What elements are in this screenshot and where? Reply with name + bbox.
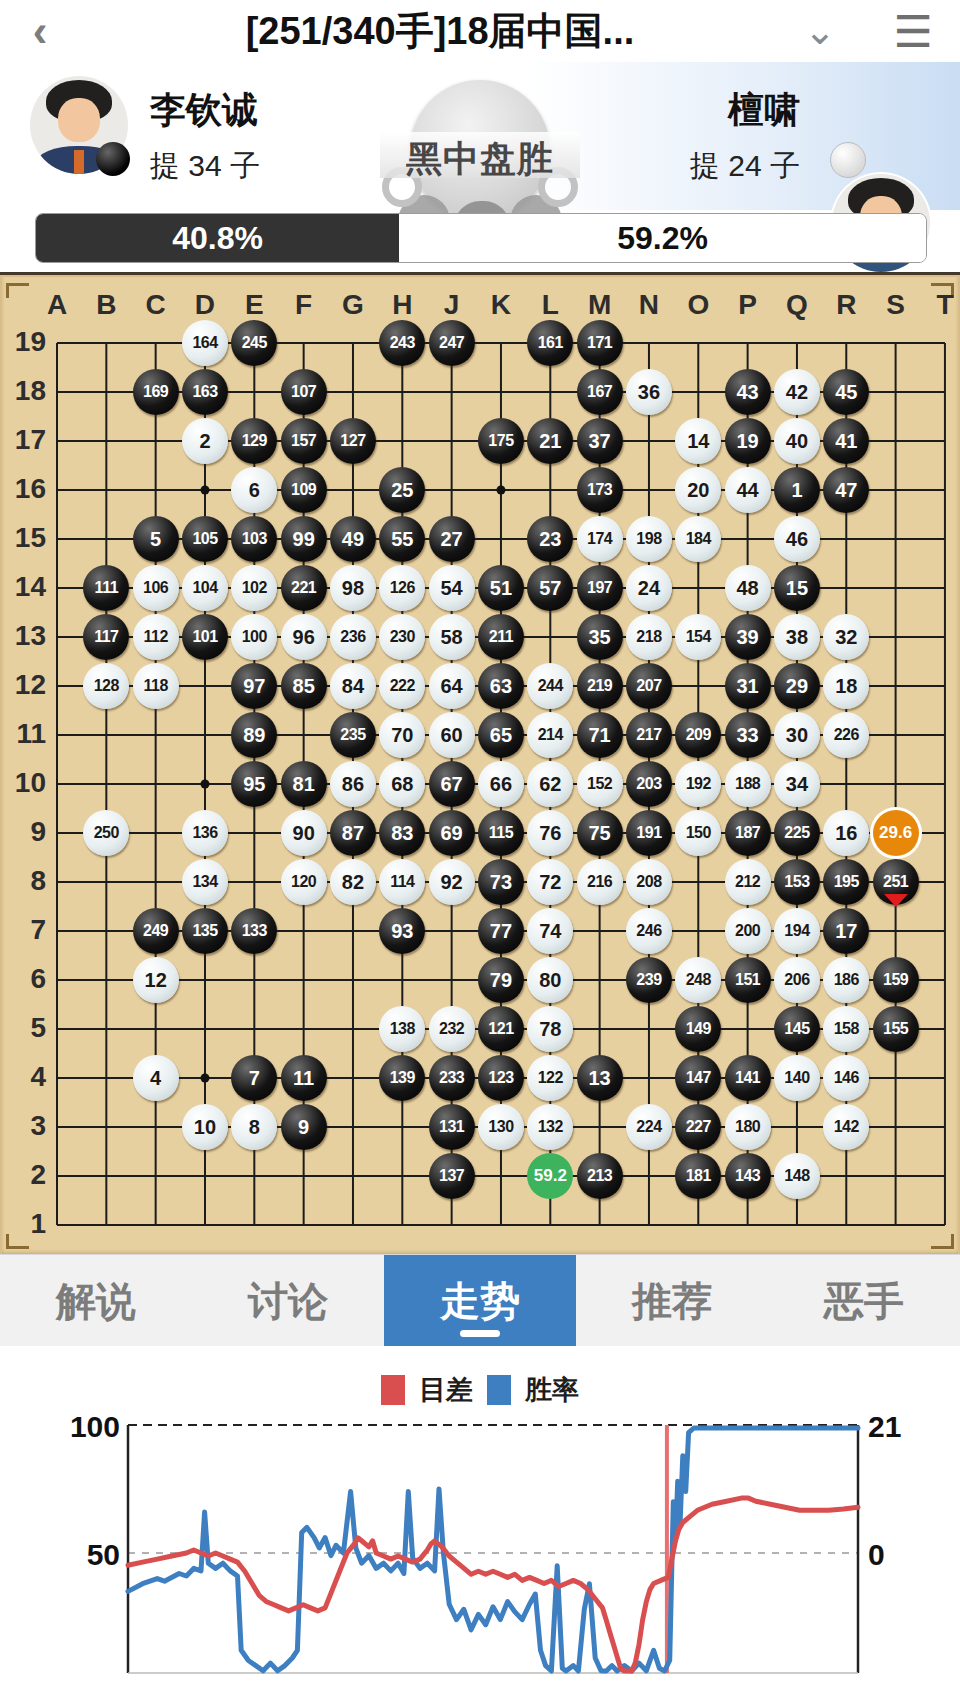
stone-white-188: 188 bbox=[725, 761, 771, 807]
stone-white-48: 48 bbox=[725, 565, 771, 611]
col-label-L: L bbox=[536, 289, 564, 321]
chevron-down-icon[interactable]: ⌄ bbox=[790, 2, 850, 60]
stone-black-101: 101 bbox=[182, 614, 228, 660]
stone-white-76: 76 bbox=[527, 810, 573, 856]
stone-black-239: 239 bbox=[626, 957, 672, 1003]
row-label-19: 19 bbox=[4, 326, 46, 358]
stone-white-134: 134 bbox=[182, 859, 228, 905]
stone-white-10: 10 bbox=[182, 1104, 228, 1150]
tab-label: 讨论 bbox=[248, 1274, 328, 1329]
tab-走势[interactable]: 走势 bbox=[384, 1255, 576, 1347]
stone-black-11: 11 bbox=[281, 1055, 327, 1101]
stone-black-161: 161 bbox=[527, 320, 573, 366]
col-label-P: P bbox=[734, 289, 762, 321]
stone-white-174: 174 bbox=[577, 516, 623, 562]
stone-white-164: 164 bbox=[182, 320, 228, 366]
stone-white-18: 18 bbox=[823, 663, 869, 709]
stone-white-78: 78 bbox=[527, 1006, 573, 1052]
stone-white-84: 84 bbox=[330, 663, 376, 709]
stone-black-73: 73 bbox=[478, 859, 524, 905]
stone-black-191: 191 bbox=[626, 810, 672, 856]
stone-black-39: 39 bbox=[725, 614, 771, 660]
stone-white-120: 120 bbox=[281, 859, 327, 905]
row-label-8: 8 bbox=[4, 865, 46, 897]
white-stone-badge-icon bbox=[830, 142, 866, 178]
stone-black-55: 55 bbox=[379, 516, 425, 562]
stone-black-97: 97 bbox=[231, 663, 277, 709]
col-label-M: M bbox=[586, 289, 614, 321]
white-player-name: 檀啸 bbox=[560, 86, 800, 135]
stone-black-207: 207 bbox=[626, 663, 672, 709]
tab-label: 解说 bbox=[56, 1274, 136, 1329]
stone-white-58: 58 bbox=[429, 614, 475, 660]
stone-black-169: 169 bbox=[133, 369, 179, 415]
active-tab-underline bbox=[460, 1330, 500, 1337]
row-label-4: 4 bbox=[4, 1061, 46, 1093]
page-title: [251/340手]18届中国... bbox=[90, 0, 790, 62]
stone-black-245: 245 bbox=[231, 320, 277, 366]
winrate-bar: 40.8% 59.2% bbox=[35, 213, 927, 263]
stone-black-93: 93 bbox=[379, 908, 425, 954]
stone-white-128: 128 bbox=[83, 663, 129, 709]
stone-black-99: 99 bbox=[281, 516, 327, 562]
stone-white-46: 46 bbox=[774, 516, 820, 562]
stone-white-214: 214 bbox=[527, 712, 573, 758]
stone-white-138: 138 bbox=[379, 1006, 425, 1052]
stone-black-213: 213 bbox=[577, 1153, 623, 1199]
row-label-11: 11 bbox=[4, 718, 46, 750]
stone-white-30: 30 bbox=[774, 712, 820, 758]
stone-black-171: 171 bbox=[577, 320, 623, 366]
col-label-D: D bbox=[191, 289, 219, 321]
stone-black-37: 37 bbox=[577, 418, 623, 464]
stone-white-6: 6 bbox=[231, 467, 277, 513]
row-label-15: 15 bbox=[4, 522, 46, 554]
stone-white-42: 42 bbox=[774, 369, 820, 415]
col-label-B: B bbox=[92, 289, 120, 321]
stone-white-96: 96 bbox=[281, 614, 327, 660]
stone-black-117: 117 bbox=[83, 614, 129, 660]
row-label-12: 12 bbox=[4, 669, 46, 701]
result-medal: 黑中盘胜 bbox=[380, 80, 580, 215]
stone-white-224: 224 bbox=[626, 1104, 672, 1150]
stone-white-136: 136 bbox=[182, 810, 228, 856]
col-label-H: H bbox=[388, 289, 416, 321]
stone-black-57: 57 bbox=[527, 565, 573, 611]
black-stone-badge-icon bbox=[96, 142, 130, 176]
tab-解说[interactable]: 解说 bbox=[0, 1255, 192, 1347]
stone-black-121: 121 bbox=[478, 1006, 524, 1052]
row-label-18: 18 bbox=[4, 375, 46, 407]
stone-black-33: 33 bbox=[725, 712, 771, 758]
stone-black-227: 227 bbox=[675, 1104, 721, 1150]
board-grid bbox=[0, 275, 960, 1257]
stone-white-244: 244 bbox=[527, 663, 573, 709]
row-label-1: 1 bbox=[4, 1208, 46, 1240]
stone-white-90: 90 bbox=[281, 810, 327, 856]
col-label-F: F bbox=[290, 289, 318, 321]
series-胜率 bbox=[128, 1428, 858, 1671]
stone-black-131: 131 bbox=[429, 1104, 475, 1150]
stone-black-83: 83 bbox=[379, 810, 425, 856]
stone-white-70: 70 bbox=[379, 712, 425, 758]
stone-white-246: 246 bbox=[626, 908, 672, 954]
stone-white-192: 192 bbox=[675, 761, 721, 807]
row-label-14: 14 bbox=[4, 571, 46, 603]
stone-white-130: 130 bbox=[478, 1104, 524, 1150]
stone-black-133: 133 bbox=[231, 908, 277, 954]
row-label-13: 13 bbox=[4, 620, 46, 652]
stone-black-143: 143 bbox=[725, 1153, 771, 1199]
stone-black-5: 5 bbox=[133, 516, 179, 562]
stone-white-146: 146 bbox=[823, 1055, 869, 1101]
stone-black-141: 141 bbox=[725, 1055, 771, 1101]
stone-white-222: 222 bbox=[379, 663, 425, 709]
stone-white-36: 36 bbox=[626, 369, 672, 415]
stone-black-21: 21 bbox=[527, 418, 573, 464]
ai-score-marker: 29.6 bbox=[873, 810, 919, 856]
row-label-5: 5 bbox=[4, 1012, 46, 1044]
stone-black-103: 103 bbox=[231, 516, 277, 562]
stone-black-69: 69 bbox=[429, 810, 475, 856]
tab-label: 走势 bbox=[440, 1274, 520, 1329]
col-label-J: J bbox=[438, 289, 466, 321]
stone-black-123: 123 bbox=[478, 1055, 524, 1101]
stone-black-95: 95 bbox=[231, 761, 277, 807]
stone-black-27: 27 bbox=[429, 516, 475, 562]
stone-black-225: 225 bbox=[774, 810, 820, 856]
stone-black-151: 151 bbox=[725, 957, 771, 1003]
stone-black-139: 139 bbox=[379, 1055, 425, 1101]
tab-推荐[interactable]: 推荐 bbox=[576, 1255, 768, 1347]
stone-white-140: 140 bbox=[774, 1055, 820, 1101]
stone-black-51: 51 bbox=[478, 565, 524, 611]
stone-black-129: 129 bbox=[231, 418, 277, 464]
stone-white-8: 8 bbox=[231, 1104, 277, 1150]
tab-label: 推荐 bbox=[632, 1274, 712, 1329]
stone-white-64: 64 bbox=[429, 663, 475, 709]
stone-black-159: 159 bbox=[873, 957, 919, 1003]
stone-black-45: 45 bbox=[823, 369, 869, 415]
stone-white-250: 250 bbox=[83, 810, 129, 856]
stone-white-106: 106 bbox=[133, 565, 179, 611]
stone-black-7: 7 bbox=[231, 1055, 277, 1101]
stone-black-153: 153 bbox=[774, 859, 820, 905]
stone-black-235: 235 bbox=[330, 712, 376, 758]
stone-black-77: 77 bbox=[478, 908, 524, 954]
stone-black-167: 167 bbox=[577, 369, 623, 415]
stone-black-247: 247 bbox=[429, 320, 475, 366]
stone-white-248: 248 bbox=[675, 957, 721, 1003]
stone-white-200: 200 bbox=[725, 908, 771, 954]
stone-black-107: 107 bbox=[281, 369, 327, 415]
stone-white-44: 44 bbox=[725, 467, 771, 513]
stone-black-19: 19 bbox=[725, 418, 771, 464]
ai-winrate-marker: 59.2 bbox=[527, 1153, 573, 1199]
row-label-6: 6 bbox=[4, 963, 46, 995]
stone-white-132: 132 bbox=[527, 1104, 573, 1150]
row-label-9: 9 bbox=[4, 816, 46, 848]
stone-black-109: 109 bbox=[281, 467, 327, 513]
stone-white-24: 24 bbox=[626, 565, 672, 611]
stone-white-40: 40 bbox=[774, 418, 820, 464]
avatar-face bbox=[58, 98, 100, 142]
stone-white-152: 152 bbox=[577, 761, 623, 807]
stone-black-29: 29 bbox=[774, 663, 820, 709]
stone-black-157: 157 bbox=[281, 418, 327, 464]
stone-black-233: 233 bbox=[429, 1055, 475, 1101]
stone-white-2: 2 bbox=[182, 418, 228, 464]
tab-恶手[interactable]: 恶手 bbox=[768, 1255, 960, 1347]
stone-black-23: 23 bbox=[527, 516, 573, 562]
stone-white-82: 82 bbox=[330, 859, 376, 905]
stone-white-4: 4 bbox=[133, 1055, 179, 1101]
stone-black-89: 89 bbox=[231, 712, 277, 758]
stone-black-137: 137 bbox=[429, 1153, 475, 1199]
stone-white-32: 32 bbox=[823, 614, 869, 660]
stone-black-155: 155 bbox=[873, 1006, 919, 1052]
stone-white-12: 12 bbox=[133, 957, 179, 1003]
row-label-2: 2 bbox=[4, 1159, 46, 1191]
row-label-3: 3 bbox=[4, 1110, 46, 1142]
stone-black-49: 49 bbox=[330, 516, 376, 562]
stone-black-145: 145 bbox=[774, 1006, 820, 1052]
stone-white-230: 230 bbox=[379, 614, 425, 660]
stone-black-67: 67 bbox=[429, 761, 475, 807]
stone-white-98: 98 bbox=[330, 565, 376, 611]
stone-black-71: 71 bbox=[577, 712, 623, 758]
stone-white-14: 14 bbox=[675, 418, 721, 464]
white-captures-label: 提 24 子 bbox=[560, 146, 800, 187]
col-label-T: T bbox=[931, 289, 959, 321]
stone-white-208: 208 bbox=[626, 859, 672, 905]
col-label-C: C bbox=[142, 289, 170, 321]
row-label-17: 17 bbox=[4, 424, 46, 456]
col-label-R: R bbox=[832, 289, 860, 321]
stone-black-195: 195 bbox=[823, 859, 869, 905]
stone-white-100: 100 bbox=[231, 614, 277, 660]
col-label-Q: Q bbox=[783, 289, 811, 321]
stone-black-13: 13 bbox=[577, 1055, 623, 1101]
white-winrate-segment: 59.2% bbox=[399, 214, 926, 262]
stone-white-104: 104 bbox=[182, 565, 228, 611]
tab-bar: 解说讨论走势推荐恶手 bbox=[0, 1254, 960, 1347]
stone-white-80: 80 bbox=[527, 957, 573, 1003]
stone-black-75: 75 bbox=[577, 810, 623, 856]
stone-white-194: 194 bbox=[774, 908, 820, 954]
stone-white-236: 236 bbox=[330, 614, 376, 660]
stone-white-38: 38 bbox=[774, 614, 820, 660]
col-label-N: N bbox=[635, 289, 663, 321]
stone-white-158: 158 bbox=[823, 1006, 869, 1052]
row-label-16: 16 bbox=[4, 473, 46, 505]
go-board[interactable]: ABCDEFGHJKLMNOPQRST191817161514131211109… bbox=[0, 272, 960, 1257]
stone-black-115: 115 bbox=[478, 810, 524, 856]
result-badge: 黑中盘胜 bbox=[380, 135, 580, 184]
stone-black-243: 243 bbox=[379, 320, 425, 366]
tab-label: 恶手 bbox=[824, 1274, 904, 1329]
row-label-7: 7 bbox=[4, 914, 46, 946]
stone-white-16: 16 bbox=[823, 810, 869, 856]
stone-white-114: 114 bbox=[379, 859, 425, 905]
stone-black-65: 65 bbox=[478, 712, 524, 758]
stone-white-112: 112 bbox=[133, 614, 179, 660]
stone-white-142: 142 bbox=[823, 1104, 869, 1150]
stone-white-154: 154 bbox=[675, 614, 721, 660]
stone-black-127: 127 bbox=[330, 418, 376, 464]
stone-black-79: 79 bbox=[478, 957, 524, 1003]
stone-white-198: 198 bbox=[626, 516, 672, 562]
stone-white-62: 62 bbox=[527, 761, 573, 807]
stone-black-197: 197 bbox=[577, 565, 623, 611]
stone-black-211: 211 bbox=[478, 614, 524, 660]
stone-black-41: 41 bbox=[823, 418, 869, 464]
stone-white-226: 226 bbox=[823, 712, 869, 758]
stone-white-126: 126 bbox=[379, 565, 425, 611]
stone-black-181: 181 bbox=[675, 1153, 721, 1199]
stone-white-180: 180 bbox=[725, 1104, 771, 1150]
col-label-S: S bbox=[882, 289, 910, 321]
stone-white-206: 206 bbox=[774, 957, 820, 1003]
stone-black-175: 175 bbox=[478, 418, 524, 464]
stone-black-249: 249 bbox=[133, 908, 179, 954]
stone-white-118: 118 bbox=[133, 663, 179, 709]
stone-white-148: 148 bbox=[774, 1153, 820, 1199]
tab-讨论[interactable]: 讨论 bbox=[192, 1255, 384, 1347]
stone-black-187: 187 bbox=[725, 810, 771, 856]
stone-black-47: 47 bbox=[823, 467, 869, 513]
stone-white-216: 216 bbox=[577, 859, 623, 905]
col-label-E: E bbox=[240, 289, 268, 321]
stone-black-85: 85 bbox=[281, 663, 327, 709]
stone-white-54: 54 bbox=[429, 565, 475, 611]
stone-white-184: 184 bbox=[675, 516, 721, 562]
stone-black-135: 135 bbox=[182, 908, 228, 954]
stone-black-25: 25 bbox=[379, 467, 425, 513]
row-label-10: 10 bbox=[4, 767, 46, 799]
stone-black-81: 81 bbox=[281, 761, 327, 807]
stone-black-35: 35 bbox=[577, 614, 623, 660]
stone-black-63: 63 bbox=[478, 663, 524, 709]
stone-white-86: 86 bbox=[330, 761, 376, 807]
black-winrate-segment: 40.8% bbox=[36, 214, 399, 262]
back-icon[interactable]: ‹ bbox=[10, 2, 70, 60]
stone-black-173: 173 bbox=[577, 467, 623, 513]
stone-white-186: 186 bbox=[823, 957, 869, 1003]
stone-black-87: 87 bbox=[330, 810, 376, 856]
stone-white-60: 60 bbox=[429, 712, 475, 758]
stone-white-232: 232 bbox=[429, 1006, 475, 1052]
col-label-O: O bbox=[684, 289, 712, 321]
col-label-A: A bbox=[43, 289, 71, 321]
stone-black-111: 111 bbox=[83, 565, 129, 611]
stone-white-74: 74 bbox=[527, 908, 573, 954]
stone-white-66: 66 bbox=[478, 761, 524, 807]
stone-black-163: 163 bbox=[182, 369, 228, 415]
stone-black-43: 43 bbox=[725, 369, 771, 415]
black-captures-label: 提 34 子 bbox=[150, 146, 260, 187]
app-bar: ‹ [251/340手]18届中国... ⌄ ☰ bbox=[0, 0, 960, 62]
chart-plot[interactable] bbox=[0, 1346, 960, 1682]
tie bbox=[74, 150, 84, 174]
stone-black-209: 209 bbox=[675, 712, 721, 758]
black-player-name: 李钦诚 bbox=[150, 86, 258, 135]
stone-white-122: 122 bbox=[527, 1055, 573, 1101]
stone-black-105: 105 bbox=[182, 516, 228, 562]
stone-black-147: 147 bbox=[675, 1055, 721, 1101]
stone-black-217: 217 bbox=[626, 712, 672, 758]
stone-black-17: 17 bbox=[823, 908, 869, 954]
stone-white-20: 20 bbox=[675, 467, 721, 513]
stone-black-1: 1 bbox=[774, 467, 820, 513]
stone-black-31: 31 bbox=[725, 663, 771, 709]
stone-white-72: 72 bbox=[527, 859, 573, 905]
stone-white-68: 68 bbox=[379, 761, 425, 807]
stone-white-218: 218 bbox=[626, 614, 672, 660]
stone-black-203: 203 bbox=[626, 761, 672, 807]
stone-black-219: 219 bbox=[577, 663, 623, 709]
stone-black-221: 221 bbox=[281, 565, 327, 611]
last-move-marker-icon bbox=[884, 894, 908, 907]
stone-black-15: 15 bbox=[774, 565, 820, 611]
hamburger-menu-icon[interactable]: ☰ bbox=[878, 2, 948, 60]
stone-white-150: 150 bbox=[675, 810, 721, 856]
stone-white-92: 92 bbox=[429, 859, 475, 905]
stone-black-9: 9 bbox=[281, 1104, 327, 1150]
stone-white-212: 212 bbox=[725, 859, 771, 905]
stone-white-102: 102 bbox=[231, 565, 277, 611]
col-label-K: K bbox=[487, 289, 515, 321]
stone-white-34: 34 bbox=[774, 761, 820, 807]
stone-black-149: 149 bbox=[675, 1006, 721, 1052]
col-label-G: G bbox=[339, 289, 367, 321]
trend-chart-panel: 目差胜率 100 50 21 0 bbox=[0, 1346, 960, 1682]
